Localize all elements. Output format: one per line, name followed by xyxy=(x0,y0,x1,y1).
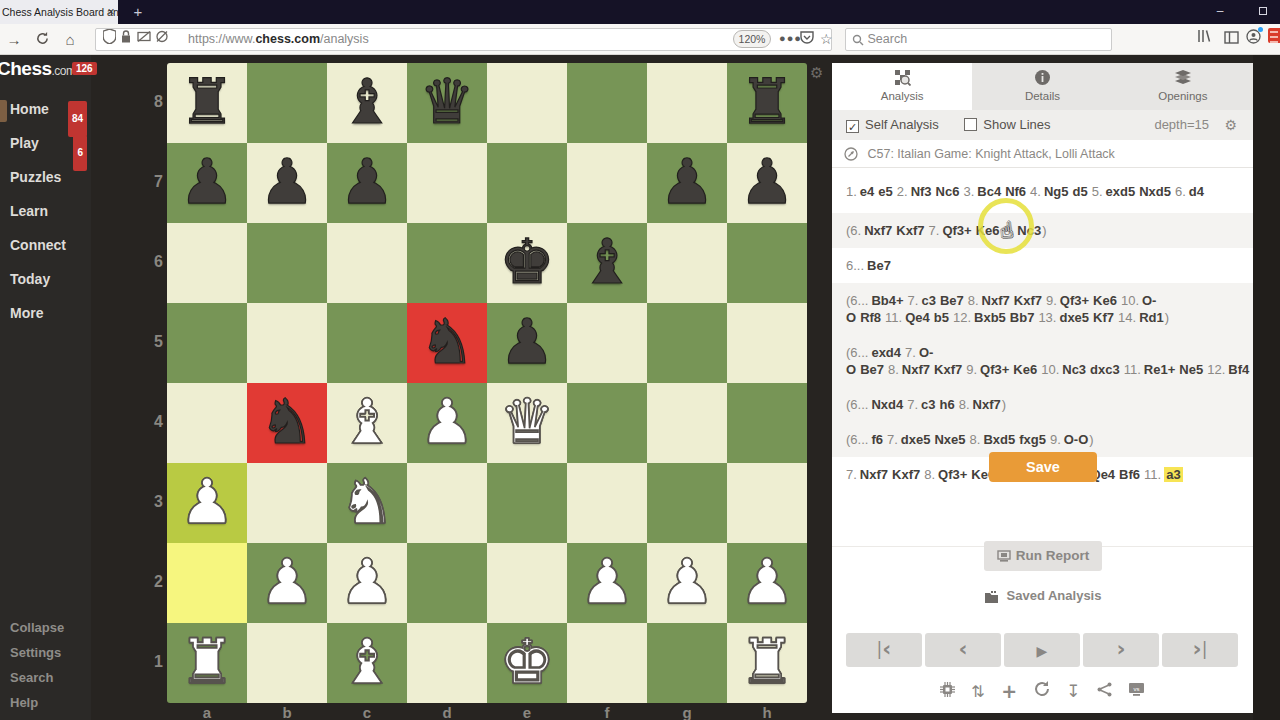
move-Be7[interactable]: Be7 xyxy=(867,258,891,273)
variation-line[interactable]: (6...Nxd47.c3h68.Nxf7) xyxy=(832,387,1253,422)
books-stack-icon xyxy=(1113,69,1253,87)
square-e5[interactable]: ♟ xyxy=(487,303,567,383)
move-fxg5[interactable]: fxg5 xyxy=(1019,432,1046,447)
white-queen-e4[interactable]: ♛ xyxy=(487,383,567,463)
file-label-d: d xyxy=(407,704,487,720)
file-label-c: c xyxy=(327,704,407,720)
white-bishop-c1[interactable]: ♝ xyxy=(327,623,407,703)
search-input[interactable]: Search xyxy=(845,28,1112,51)
move-Bf6[interactable]: Bf6 xyxy=(1119,467,1140,482)
lock-icon xyxy=(120,29,132,44)
move-Bxd5[interactable]: Bxd5 xyxy=(983,432,1015,447)
move-Nxe5[interactable]: Nxe5 xyxy=(934,432,965,447)
move-Kxf7[interactable]: Kxf7 xyxy=(1014,293,1042,308)
sidebar-item-settings[interactable]: Settings xyxy=(10,640,61,665)
saved-analysis-link[interactable]: Saved Analysis xyxy=(832,588,1253,604)
shield-icon xyxy=(103,29,116,44)
white-pawn-h2[interactable]: ♟ xyxy=(727,543,807,623)
move-exd5[interactable]: exd5 xyxy=(1106,184,1136,199)
square-g8[interactable] xyxy=(647,63,727,143)
reset-icon[interactable] xyxy=(1034,681,1050,701)
move-a3[interactable]: a3 xyxy=(1164,467,1182,482)
move-Ne5[interactable]: Ne5 xyxy=(1179,362,1203,377)
square-f7[interactable] xyxy=(567,143,647,223)
square-g3[interactable] xyxy=(647,463,727,543)
sidebar-item-puzzles[interactable]: Puzzles xyxy=(0,160,91,194)
black-pawn-c7[interactable]: ♟ xyxy=(327,143,407,223)
square-f4[interactable] xyxy=(567,383,647,463)
move-Nc6[interactable]: Nc6 xyxy=(936,184,960,199)
square-d4[interactable]: ♟ xyxy=(407,383,487,463)
menu-icon[interactable] xyxy=(1268,28,1280,43)
next-move-button[interactable]: › xyxy=(1083,633,1159,667)
board-settings-gear-icon[interactable]: ⚙ xyxy=(810,64,823,82)
browser-tab-bar xyxy=(0,0,1280,24)
white-pawn-g2[interactable]: ♟ xyxy=(647,543,727,623)
black-pawn-g7[interactable]: ♟ xyxy=(647,143,727,223)
rank-label-4: 4 xyxy=(145,413,163,431)
move-Kf7[interactable]: Kf7 xyxy=(1093,310,1114,325)
white-pawn-a3[interactable]: ♟ xyxy=(167,463,247,543)
move-Kxf7[interactable]: Kxf7 xyxy=(934,362,962,377)
square-f1[interactable] xyxy=(567,623,647,703)
move-Ng5[interactable]: Ng5 xyxy=(1044,184,1069,199)
square-b5[interactable] xyxy=(247,303,327,383)
black-pawn-b7[interactable]: ♟ xyxy=(247,143,327,223)
move-dxc3[interactable]: dxc3 xyxy=(1090,362,1120,377)
square-b2[interactable]: ♟ xyxy=(247,543,327,623)
move-Bc4[interactable]: Bc4 xyxy=(977,184,1001,199)
opening-name: C57: Italian Game: Knight Attack, Lolli … xyxy=(867,147,1114,161)
move-Kxf7[interactable]: Kxf7 xyxy=(896,223,924,238)
square-f5[interactable] xyxy=(567,303,647,383)
move-Nxd4[interactable]: Nxd4 xyxy=(871,397,903,412)
rank-label-6: 6 xyxy=(145,253,163,271)
square-a8[interactable]: ♜ xyxy=(167,63,247,143)
tab-analysis-label: Analysis xyxy=(881,90,924,102)
move-Nf6[interactable]: Nf6 xyxy=(1005,184,1026,199)
info-icon xyxy=(972,69,1112,87)
move-Bb7[interactable]: Bb7 xyxy=(1010,310,1035,325)
move-Re1+[interactable]: Re1+ xyxy=(1144,362,1175,377)
move-h6[interactable]: h6 xyxy=(940,397,955,412)
chesscom-logo[interactable]: Chess.com xyxy=(0,58,76,80)
file-label-b: b xyxy=(247,704,327,720)
black-rook-a8[interactable]: ♜ xyxy=(167,63,247,143)
new-tab-button[interactable]: + xyxy=(130,0,146,24)
rank-label-3: 3 xyxy=(145,493,163,511)
square-c8[interactable]: ♝ xyxy=(327,63,407,143)
window-restore-button[interactable] xyxy=(1248,0,1278,24)
square-g4[interactable] xyxy=(647,383,727,463)
move-Be7[interactable]: Be7 xyxy=(940,293,964,308)
square-b8[interactable] xyxy=(247,63,327,143)
move-Bxb5[interactable]: Bxb5 xyxy=(974,310,1006,325)
pocket-icon[interactable] xyxy=(800,31,814,49)
move-Nxf7[interactable]: Nxf7 xyxy=(982,293,1010,308)
move-Nxf7[interactable]: Nxf7 xyxy=(902,362,930,377)
rank-label-7: 7 xyxy=(145,173,163,191)
move-Bb4+[interactable]: Bb4+ xyxy=(871,293,903,308)
play-button[interactable]: ▶ xyxy=(1004,633,1080,667)
square-c3[interactable]: ♞ xyxy=(327,463,407,543)
tab-close-icon[interactable]: × xyxy=(104,0,118,24)
square-a6[interactable] xyxy=(167,223,247,303)
square-d1[interactable] xyxy=(407,623,487,703)
square-g1[interactable] xyxy=(647,623,727,703)
reload-icon[interactable] xyxy=(30,24,54,55)
mainline-moves[interactable]: 1.e4e52.Nf3Nc63.Bc4Nf64.Ng5d55.exd5Nxd56… xyxy=(832,168,1253,213)
move-Rd1[interactable]: Rd1 xyxy=(1139,310,1164,325)
square-e8[interactable] xyxy=(487,63,567,143)
move-Qf3+[interactable]: Qf3+ xyxy=(942,223,971,238)
square-d6[interactable] xyxy=(407,223,487,303)
download-icon[interactable]: ↧ xyxy=(1066,681,1080,701)
square-d2[interactable] xyxy=(407,543,487,623)
sidebar-item-more[interactable]: More xyxy=(0,296,91,330)
move-Qf3+[interactable]: Qf3+ xyxy=(1060,293,1089,308)
depth-label: depth=15 xyxy=(1154,110,1209,140)
square-h7[interactable]: ♟ xyxy=(727,143,807,223)
move-Bf4[interactable]: Bf4 xyxy=(1228,362,1249,377)
rank-label-8: 8 xyxy=(145,93,163,111)
move-exd4[interactable]: exd4 xyxy=(871,345,901,360)
sidebar-item-home[interactable]: Home84 xyxy=(0,92,91,126)
tab-details[interactable]: Details xyxy=(972,63,1112,110)
square-f6[interactable]: ♝ xyxy=(567,223,647,303)
white-rook-h1[interactable]: ♜ xyxy=(727,623,807,703)
add-icon[interactable]: + xyxy=(1001,680,1017,702)
last-move-button[interactable]: ›| xyxy=(1162,633,1238,667)
move-Nc3[interactable]: Nc3 xyxy=(1062,362,1086,377)
move-e5[interactable]: e5 xyxy=(878,184,892,199)
black-knight-d5[interactable]: ♞ xyxy=(407,303,487,383)
variation-line[interactable]: (6.Nxf7Kxf77.Qf3+Ke68.Nc3) xyxy=(832,213,1253,248)
white-pawn-f2[interactable]: ♟ xyxy=(567,543,647,623)
sidebar-item-play[interactable]: Play6 xyxy=(0,126,91,160)
square-b1[interactable] xyxy=(247,623,327,703)
page-actions-icon[interactable]: ●●● xyxy=(779,24,797,55)
move-f6[interactable]: f6 xyxy=(871,432,883,447)
prev-move-button[interactable]: ‹ xyxy=(925,633,1001,667)
square-c6[interactable] xyxy=(327,223,407,303)
file-label-f: f xyxy=(567,704,647,720)
account-notification-dot xyxy=(1258,27,1263,32)
move-Qf3+[interactable]: Qf3+ xyxy=(980,362,1009,377)
square-b7[interactable]: ♟ xyxy=(247,143,327,223)
move-Nf3[interactable]: Nf3 xyxy=(911,184,932,199)
run-report-button[interactable]: Run Report xyxy=(984,541,1102,571)
square-b3[interactable] xyxy=(247,463,327,543)
square-a4[interactable] xyxy=(167,383,247,463)
tab-openings[interactable]: Openings xyxy=(1113,63,1253,110)
blocked-permission-icon xyxy=(137,29,151,44)
move-Nxf7[interactable]: Nxf7 xyxy=(860,467,888,482)
file-label-h: h xyxy=(727,704,807,720)
variation-line[interactable]: (6...Bb4+7.c3Be78.Nxf7Kxf79.Qf3+Ke610.O-… xyxy=(832,283,1253,335)
show-lines-label: Show Lines xyxy=(983,117,1050,132)
move-c3[interactable]: c3 xyxy=(921,293,935,308)
sidebar-toggle-icon[interactable] xyxy=(1224,30,1239,48)
square-e4[interactable]: ♛ xyxy=(487,383,567,463)
move-Kxf7[interactable]: Kxf7 xyxy=(892,467,920,482)
square-d3[interactable] xyxy=(407,463,487,543)
library-icon[interactable] xyxy=(1196,28,1212,48)
square-e1[interactable]: ♚ xyxy=(487,623,567,703)
window-minimize-button[interactable]: – xyxy=(1205,0,1235,24)
sidebar-item-learn[interactable]: Learn xyxy=(0,194,91,228)
show-lines-checkbox[interactable]: Show Lines xyxy=(964,117,1050,132)
square-e7[interactable] xyxy=(487,143,567,223)
black-king-e6[interactable]: ♚ xyxy=(487,223,567,303)
rank-label-5: 5 xyxy=(145,333,163,351)
square-h4[interactable] xyxy=(727,383,807,463)
zoom-level-badge[interactable]: 120% xyxy=(733,30,771,48)
move-O-O[interactable]: O-O xyxy=(1064,432,1089,447)
square-g5[interactable] xyxy=(647,303,727,383)
sidebar-item-today[interactable]: Today xyxy=(0,262,91,296)
square-f2[interactable]: ♟ xyxy=(567,543,647,623)
opening-explorer-icon xyxy=(844,147,858,161)
white-pawn-c2[interactable]: ♟ xyxy=(327,543,407,623)
move-b5[interactable]: b5 xyxy=(934,310,949,325)
white-pawn-d4[interactable]: ♟ xyxy=(407,383,487,463)
square-c7[interactable]: ♟ xyxy=(327,143,407,223)
square-c2[interactable]: ♟ xyxy=(327,543,407,623)
move-Nxd5[interactable]: Nxd5 xyxy=(1139,184,1171,199)
black-pawn-e5[interactable]: ♟ xyxy=(487,303,567,383)
chess-board[interactable]: ♜♝♛♜♟♟♟♟♟♚♝♞♟♞♝♟♛♟♞♟♟♟♟♟♜♝♚♜ xyxy=(167,63,807,703)
move-dxe5[interactable]: dxe5 xyxy=(901,432,931,447)
bookmark-star-icon[interactable]: ☆ xyxy=(820,24,838,55)
file-label-e: e xyxy=(487,704,567,720)
blocked-autoplay-icon xyxy=(155,29,169,44)
square-h6[interactable] xyxy=(727,223,807,303)
opening-name-row[interactable]: C57: Italian Game: Knight Attack, Lolli … xyxy=(832,140,1253,168)
share-icon[interactable] xyxy=(1097,682,1112,701)
flip-board-icon[interactable]: ⇅ xyxy=(971,682,984,701)
file-label-a: a xyxy=(167,704,247,720)
white-pawn-b2[interactable]: ♟ xyxy=(247,543,327,623)
square-e3[interactable] xyxy=(487,463,567,543)
url-text[interactable]: https://www.chess.com/analysis xyxy=(188,28,369,51)
first-move-button[interactable]: |‹ xyxy=(846,633,922,667)
forward-icon[interactable]: → xyxy=(2,24,26,55)
sidebar-item-collapse[interactable]: Collapse xyxy=(10,615,64,640)
self-analysis-label: Self Analysis xyxy=(865,117,939,132)
report-icon xyxy=(997,550,1011,563)
white-rook-a1[interactable]: ♜ xyxy=(167,623,247,703)
tab-details-label: Details xyxy=(1025,90,1060,102)
black-knight-b4[interactable]: ♞ xyxy=(247,383,327,463)
square-h5[interactable] xyxy=(727,303,807,383)
file-label-g: g xyxy=(647,704,727,720)
move-Ke6[interactable]: Ke6 xyxy=(1013,362,1037,377)
square-a1[interactable]: ♜ xyxy=(167,623,247,703)
rank-label-2: 2 xyxy=(145,573,163,591)
black-queen-d8[interactable]: ♛ xyxy=(407,63,487,143)
save-button[interactable]: Save xyxy=(989,452,1097,482)
square-a2[interactable] xyxy=(167,543,247,623)
variation-line[interactable]: (6...exd47.O-OBe78.Nxf7Kxf79.Qf3+Ke610.N… xyxy=(832,335,1253,387)
square-h3[interactable] xyxy=(727,463,807,543)
notifications-badge: 126 xyxy=(72,62,97,75)
black-rook-h8[interactable]: ♜ xyxy=(727,63,807,143)
sidebar-item-help[interactable]: Help xyxy=(10,690,38,715)
mainline-moves[interactable]: 6...Be7 xyxy=(832,248,1253,283)
move-Nxf7[interactable]: Nxf7 xyxy=(973,397,1001,412)
engine-icon[interactable] xyxy=(940,682,955,701)
tab-analysis[interactable]: Analysis xyxy=(832,63,972,110)
square-b4[interactable]: ♞ xyxy=(247,383,327,463)
page-background-strip xyxy=(1253,55,1280,720)
browser-tab[interactable]: Chess Analysis Board and PGN xyxy=(0,0,118,24)
folder-icon xyxy=(984,590,1001,604)
square-h8[interactable]: ♜ xyxy=(727,63,807,143)
analysis-panel: Analysis Details Openings ✓Self Analysis… xyxy=(832,63,1253,713)
square-c5[interactable] xyxy=(327,303,407,383)
move-Be7[interactable]: Be7 xyxy=(860,362,884,377)
move-Ke6[interactable]: Ke6 xyxy=(1093,293,1117,308)
move-d4[interactable]: d4 xyxy=(1189,184,1204,199)
sidebar-item-search[interactable]: Search xyxy=(10,665,53,690)
square-a3[interactable]: ♟ xyxy=(167,463,247,543)
square-e2[interactable] xyxy=(487,543,567,623)
square-d5[interactable]: ♞ xyxy=(407,303,487,383)
move-Qf3+[interactable]: Qf3+ xyxy=(938,467,967,482)
square-h2[interactable]: ♟ xyxy=(727,543,807,623)
black-pawn-h7[interactable]: ♟ xyxy=(727,143,807,223)
white-king-e1[interactable]: ♚ xyxy=(487,623,567,703)
square-g6[interactable] xyxy=(647,223,727,303)
square-a5[interactable] xyxy=(167,303,247,383)
sidebar-item-connect[interactable]: Connect xyxy=(0,228,91,262)
tab-openings-label: Openings xyxy=(1158,90,1207,102)
move-Rf8[interactable]: Rf8 xyxy=(860,310,881,325)
move-e4[interactable]: e4 xyxy=(860,184,874,199)
square-e6[interactable]: ♚ xyxy=(487,223,567,303)
move-c3[interactable]: c3 xyxy=(921,397,935,412)
board-search-icon xyxy=(832,69,972,87)
square-d8[interactable]: ♛ xyxy=(407,63,487,143)
square-f8[interactable] xyxy=(567,63,647,143)
home-icon[interactable]: ⌂ xyxy=(58,24,82,55)
rank-label-1: 1 xyxy=(145,653,163,671)
square-c4[interactable]: ♝ xyxy=(327,383,407,463)
square-c1[interactable]: ♝ xyxy=(327,623,407,703)
white-bishop-c4[interactable]: ♝ xyxy=(327,383,407,463)
black-bishop-f6[interactable]: ♝ xyxy=(567,223,647,303)
move-d5[interactable]: d5 xyxy=(1073,184,1088,199)
move-list[interactable]: 1.e4e52.Nf3Nc63.Bc4Nf64.Ng5d55.exd5Nxd56… xyxy=(832,168,1253,492)
move-dxe5[interactable]: dxe5 xyxy=(1059,310,1089,325)
square-a7[interactable]: ♟ xyxy=(167,143,247,223)
square-g7[interactable]: ♟ xyxy=(647,143,727,223)
computer-vs-icon[interactable]: vs xyxy=(1128,682,1145,701)
square-d7[interactable] xyxy=(407,143,487,223)
black-pawn-a7[interactable]: ♟ xyxy=(167,143,247,223)
square-h1[interactable]: ♜ xyxy=(727,623,807,703)
move-Nxf7[interactable]: Nxf7 xyxy=(864,223,892,238)
square-b6[interactable] xyxy=(247,223,327,303)
site-permission-icons[interactable] xyxy=(103,28,169,51)
engine-settings-gear-icon[interactable]: ⚙ xyxy=(1224,110,1237,140)
self-analysis-checkbox[interactable]: ✓Self Analysis xyxy=(846,117,939,132)
white-knight-c3[interactable]: ♞ xyxy=(327,463,407,543)
square-g2[interactable]: ♟ xyxy=(647,543,727,623)
svg-text:vs: vs xyxy=(1134,685,1140,691)
square-f3[interactable] xyxy=(567,463,647,543)
move-Qe4[interactable]: Qe4 xyxy=(905,310,930,325)
black-bishop-c8[interactable]: ♝ xyxy=(327,63,407,143)
